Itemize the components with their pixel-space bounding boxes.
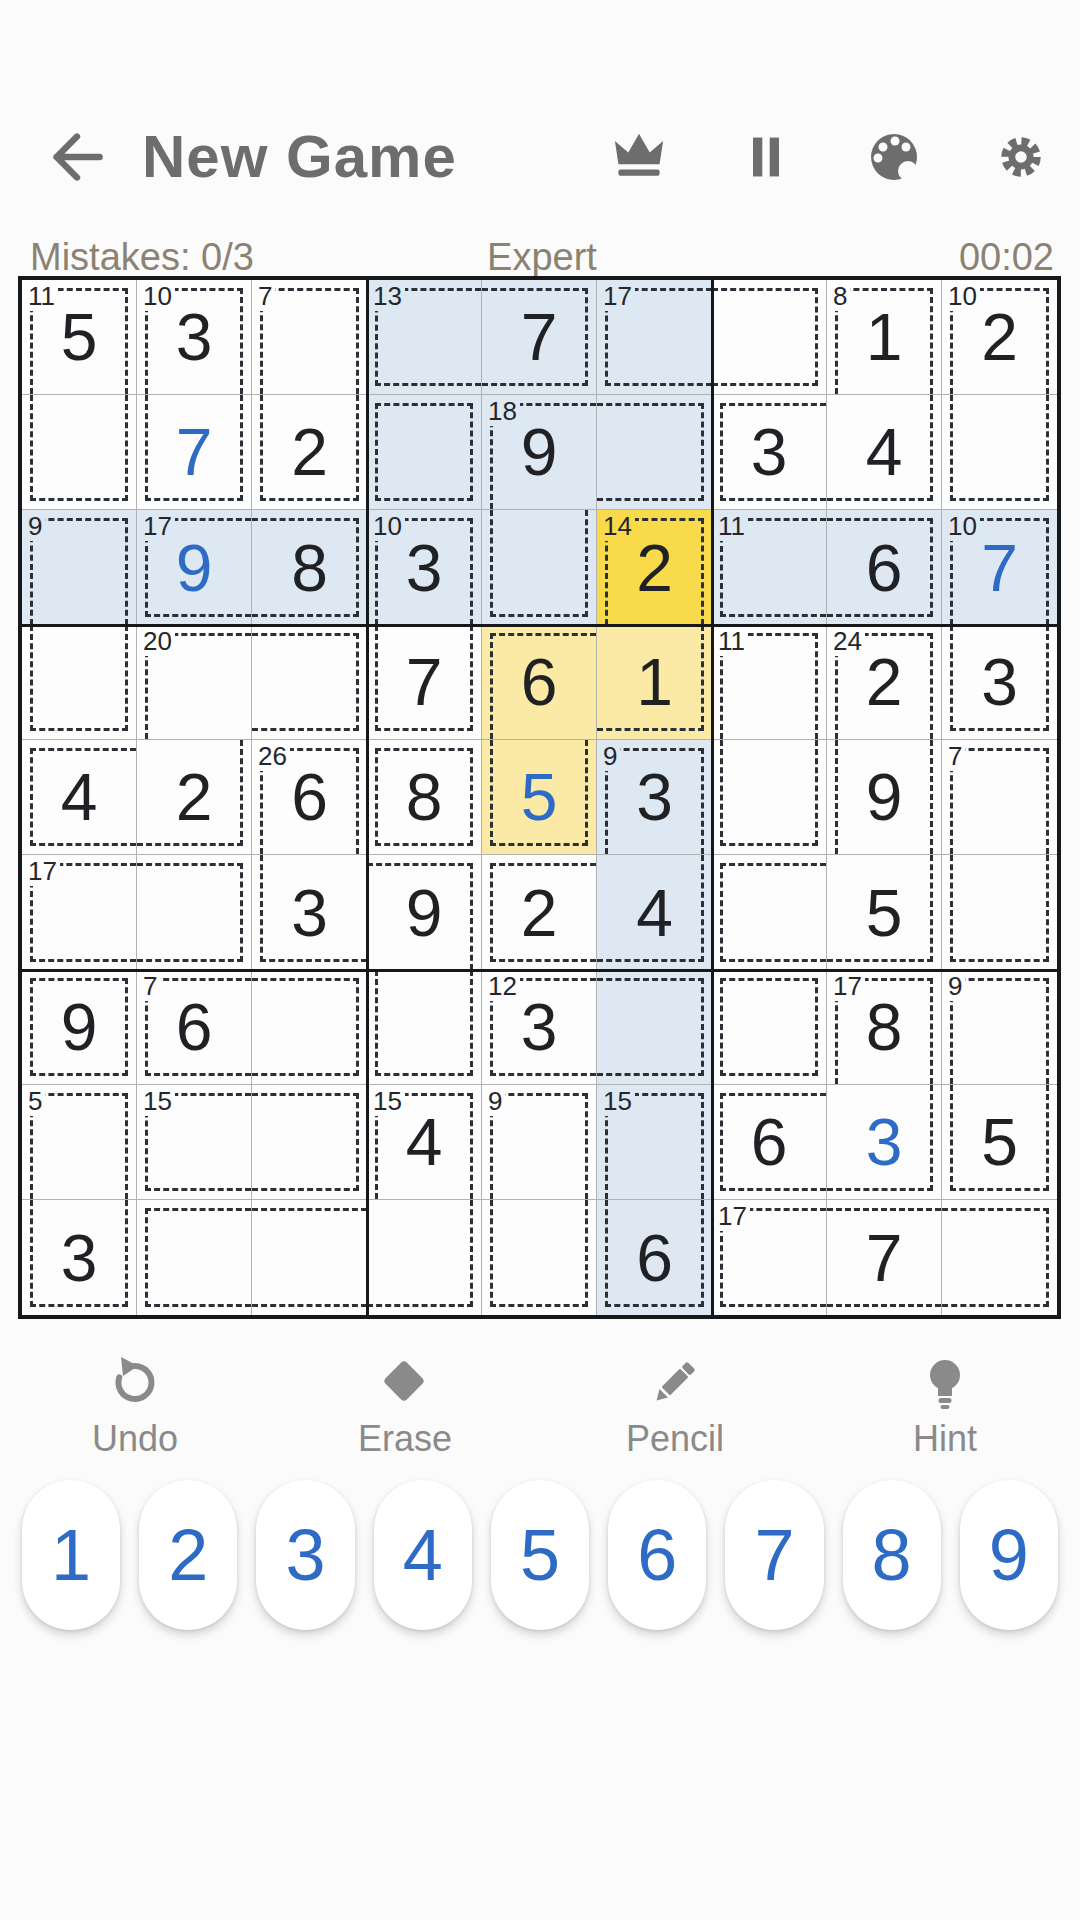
cage-border [252, 1093, 359, 1191]
cell-value: 4 [406, 1104, 443, 1180]
back-arrow-icon[interactable] [48, 128, 106, 186]
cell-r2c4[interactable] [367, 395, 482, 510]
cell-r7c7[interactable] [712, 970, 827, 1085]
cell-r5c9[interactable]: 7 [942, 740, 1057, 855]
cell-r4c6[interactable]: 1 [597, 625, 712, 740]
cell-r3c3[interactable]: 8 [252, 510, 367, 625]
cage-sum-label: 11 [25, 281, 58, 311]
cell-value: 7 [176, 414, 213, 490]
cell-value: 3 [406, 530, 443, 606]
cage-sum-label: 9 [485, 1086, 505, 1116]
cell-r2c8[interactable]: 4 [827, 395, 942, 510]
cage-sum-label: 5 [25, 1086, 45, 1116]
cell-r9c8[interactable]: 7 [827, 1200, 942, 1315]
cage-sum-label: 11 [715, 626, 748, 656]
cell-r9c6[interactable]: 6 [597, 1200, 712, 1315]
cell-r2c3[interactable]: 2 [252, 395, 367, 510]
cell-r7c8[interactable]: 178 [827, 970, 942, 1085]
board-grid: 1151037137178110272189349179810314211610… [18, 276, 1061, 1319]
numpad-7[interactable]: 7 [725, 1480, 823, 1630]
cell-value: 9 [521, 414, 558, 490]
cell-r8c4[interactable]: 154 [367, 1085, 482, 1200]
cell-r4c1[interactable] [22, 625, 137, 740]
cell-value: 4 [61, 759, 98, 835]
cell-value: 2 [866, 644, 903, 720]
numpad: 1 2 3 4 5 6 7 8 9 [22, 1480, 1058, 1630]
cell-value: 4 [866, 414, 903, 490]
cell-value: 7 [521, 299, 558, 375]
cell-r4c4[interactable]: 7 [367, 625, 482, 740]
toolbar: Undo Erase Pencil [0, 1348, 1080, 1460]
cage-sum-label: 15 [140, 1086, 175, 1116]
numpad-3[interactable]: 3 [256, 1480, 354, 1630]
cage-sum-label: 9 [25, 511, 45, 541]
cell-r9c7[interactable]: 17 [712, 1200, 827, 1315]
cell-r5c6[interactable]: 93 [597, 740, 712, 855]
cell-r5c3[interactable]: 266 [252, 740, 367, 855]
cell-r6c2[interactable] [137, 855, 252, 970]
cell-r6c7[interactable] [712, 855, 827, 970]
cage-border [720, 978, 818, 1076]
cell-r6c3[interactable]: 3 [252, 855, 367, 970]
undo-label: Undo [92, 1418, 178, 1460]
cell-r2c2[interactable]: 7 [137, 395, 252, 510]
cage-border [597, 978, 704, 1076]
cell-value: 3 [751, 414, 788, 490]
numpad-8[interactable]: 8 [843, 1480, 941, 1630]
cage-sum-label: 15 [370, 1086, 405, 1116]
pause-icon[interactable] [737, 128, 795, 186]
cell-r6c8[interactable]: 5 [827, 855, 942, 970]
block-divider [22, 624, 1057, 627]
cell-r5c7[interactable] [712, 740, 827, 855]
cage-sum-label: 10 [370, 511, 405, 541]
cell-value: 7 [406, 644, 443, 720]
cage-border [145, 1208, 251, 1307]
cell-value: 3 [636, 759, 673, 835]
numpad-9[interactable]: 9 [960, 1480, 1058, 1630]
cell-value: 8 [291, 530, 328, 606]
cell-r3c7[interactable]: 11 [712, 510, 827, 625]
cage-sum-label: 20 [140, 626, 175, 656]
cell-r6c6[interactable]: 4 [597, 855, 712, 970]
cell-value: 3 [521, 989, 558, 1065]
cage-sum-label: 17 [715, 1201, 750, 1231]
cell-r1c3[interactable]: 7 [252, 280, 367, 395]
hint-label: Hint [913, 1418, 977, 1460]
cell-r5c1[interactable]: 4 [22, 740, 137, 855]
cage-sum-label: 17 [830, 971, 865, 1001]
hint-icon [917, 1348, 973, 1410]
cage-sum-label: 15 [600, 1086, 635, 1116]
hint-button[interactable]: Hint [845, 1348, 1045, 1460]
cage-sum-label: 26 [255, 741, 290, 771]
cage-border [942, 1208, 1049, 1307]
cell-value: 9 [866, 759, 903, 835]
cell-value: 6 [176, 989, 213, 1065]
cell-value: 3 [866, 1104, 903, 1180]
cell-r1c4[interactable]: 13 [367, 280, 482, 395]
cell-r7c4[interactable] [367, 970, 482, 1085]
cell-r3c9[interactable]: 107 [942, 510, 1057, 625]
cell-r2c6[interactable] [597, 395, 712, 510]
cell-r9c1[interactable]: 3 [22, 1200, 137, 1315]
cage-sum-label: 17 [600, 281, 635, 311]
cell-r6c5[interactable]: 2 [482, 855, 597, 970]
cell-r3c4[interactable]: 103 [367, 510, 482, 625]
cell-r9c9[interactable] [942, 1200, 1057, 1315]
cell-r9c2[interactable] [137, 1200, 252, 1315]
cage-sum-label: 17 [25, 856, 60, 886]
cell-r8c6[interactable]: 15 [597, 1085, 712, 1200]
cell-r9c4[interactable] [367, 1200, 482, 1315]
cage-border [30, 625, 128, 731]
cell-r7c9[interactable]: 9 [942, 970, 1057, 1085]
cell-value: 1 [866, 299, 903, 375]
numpad-2[interactable]: 2 [139, 1480, 237, 1630]
block-divider [22, 969, 1057, 972]
cell-value: 3 [61, 1220, 98, 1296]
cage-sum-label: 10 [945, 511, 980, 541]
cell-r9c5[interactable] [482, 1200, 597, 1315]
erase-button[interactable]: Erase [305, 1348, 505, 1460]
cell-r5c5[interactable]: 5 [482, 740, 597, 855]
cell-value: 2 [176, 759, 213, 835]
cell-r4c2[interactable]: 20 [137, 625, 252, 740]
cell-r6c4[interactable]: 9 [367, 855, 482, 970]
cage-sum-label: 11 [715, 511, 748, 541]
cell-r8c9[interactable]: 5 [942, 1085, 1057, 1200]
difficulty-label: Expert [30, 236, 1054, 279]
cell-r3c5[interactable] [482, 510, 597, 625]
cell-r1c8[interactable]: 81 [827, 280, 942, 395]
cage-sum-label: 7 [255, 281, 275, 311]
cage-border [597, 403, 704, 501]
undo-icon [107, 1348, 163, 1410]
cell-r3c2[interactable]: 179 [137, 510, 252, 625]
block-divider [366, 280, 369, 1315]
cage-border [712, 288, 818, 386]
cell-r7c3[interactable] [252, 970, 367, 1085]
eraser-icon [377, 1348, 433, 1410]
settings-icon[interactable] [992, 128, 1050, 186]
cell-r5c2[interactable]: 2 [137, 740, 252, 855]
status-bar: Mistakes: 0/3 Expert 00:02 [30, 236, 1054, 279]
cell-value: 5 [981, 1104, 1018, 1180]
cage-border [367, 1200, 473, 1307]
undo-button[interactable]: Undo [35, 1348, 235, 1460]
cell-r7c2[interactable]: 76 [137, 970, 252, 1085]
block-divider [711, 280, 714, 1315]
cell-r1c7[interactable] [712, 280, 827, 395]
cell-value: 2 [291, 414, 328, 490]
numpad-4[interactable]: 4 [374, 1480, 472, 1630]
cell-value: 6 [636, 1220, 673, 1296]
cell-value: 1 [636, 644, 673, 720]
numpad-5[interactable]: 5 [491, 1480, 589, 1630]
cell-value: 6 [751, 1104, 788, 1180]
cell-r8c3[interactable] [252, 1085, 367, 1200]
cage-border [490, 1200, 588, 1307]
cage-border [30, 395, 128, 501]
cell-r3c8[interactable]: 6 [827, 510, 942, 625]
cage-sum-label: 8 [830, 281, 850, 311]
cage-sum-label: 13 [370, 281, 405, 311]
pencil-icon [647, 1348, 703, 1410]
cell-r4c8[interactable]: 242 [827, 625, 942, 740]
cell-r1c2[interactable]: 103 [137, 280, 252, 395]
cell-value: 5 [866, 875, 903, 951]
cell-r2c9[interactable] [942, 395, 1057, 510]
cell-value: 3 [981, 644, 1018, 720]
cell-value: 5 [521, 759, 558, 835]
cage-sum-label: 9 [600, 741, 620, 771]
cell-value: 3 [291, 875, 328, 951]
cell-r4c9[interactable]: 3 [942, 625, 1057, 740]
cell-r4c3[interactable] [252, 625, 367, 740]
cell-r8c7[interactable]: 6 [712, 1085, 827, 1200]
cell-value: 2 [981, 299, 1018, 375]
cage-sum-label: 17 [140, 511, 175, 541]
crown-icon[interactable] [610, 128, 668, 186]
cell-r1c9[interactable]: 102 [942, 280, 1057, 395]
pencil-button[interactable]: Pencil [575, 1348, 775, 1460]
numpad-1[interactable]: 1 [22, 1480, 120, 1630]
cell-value: 6 [521, 644, 558, 720]
cage-sum-label: 14 [600, 511, 635, 541]
cell-r7c1[interactable]: 9 [22, 970, 137, 1085]
cell-value: 4 [636, 875, 673, 951]
cell-value: 2 [636, 530, 673, 606]
cell-r6c9[interactable] [942, 855, 1057, 970]
cell-r9c3[interactable] [252, 1200, 367, 1315]
cell-value: 9 [176, 530, 213, 606]
cage-border [720, 863, 826, 962]
cell-r8c2[interactable]: 15 [137, 1085, 252, 1200]
cell-r2c1[interactable] [22, 395, 137, 510]
cage-border [137, 863, 243, 962]
cell-value: 6 [291, 759, 328, 835]
cage-sum-label: 7 [945, 741, 965, 771]
app-header: New Game [0, 100, 1080, 215]
cell-value: 7 [866, 1220, 903, 1296]
cell-value: 2 [521, 875, 558, 951]
cage-sum-label: 12 [485, 971, 520, 1001]
cell-r4c5[interactable]: 6 [482, 625, 597, 740]
cell-r7c6[interactable] [597, 970, 712, 1085]
cell-r4c7[interactable]: 11 [712, 625, 827, 740]
cell-r5c8[interactable]: 9 [827, 740, 942, 855]
cell-r1c6[interactable]: 17 [597, 280, 712, 395]
cell-value: 8 [866, 989, 903, 1065]
cage-border [950, 855, 1049, 962]
numpad-6[interactable]: 6 [608, 1480, 706, 1630]
cage-border [375, 403, 473, 501]
cell-r7c5[interactable]: 123 [482, 970, 597, 1085]
cage-border [252, 633, 359, 731]
cage-sum-label: 7 [140, 971, 160, 1001]
cell-value: 9 [61, 989, 98, 1065]
pencil-label: Pencil [626, 1418, 724, 1460]
erase-label: Erase [358, 1418, 452, 1460]
cage-sum-label: 24 [830, 626, 865, 656]
cage-border [950, 395, 1049, 501]
page-title: New Game [142, 122, 457, 191]
cage-border [490, 510, 588, 617]
cage-sum-label: 18 [485, 396, 520, 426]
cell-value: 8 [406, 759, 443, 835]
cell-value: 7 [981, 530, 1018, 606]
cell-r8c5[interactable]: 9 [482, 1085, 597, 1200]
cell-value: 9 [406, 875, 443, 951]
cage-border [252, 978, 359, 1076]
cell-r5c4[interactable]: 8 [367, 740, 482, 855]
cage-border [252, 1208, 367, 1307]
cell-r2c5[interactable]: 189 [482, 395, 597, 510]
cell-r8c1[interactable]: 5 [22, 1085, 137, 1200]
palette-icon[interactable] [865, 128, 923, 186]
cell-value: 3 [176, 299, 213, 375]
cage-sum-label: 9 [945, 971, 965, 1001]
cell-r8c8[interactable]: 3 [827, 1085, 942, 1200]
cage-border [720, 740, 818, 846]
cage-border [375, 970, 473, 1076]
cell-value: 5 [61, 299, 98, 375]
cage-sum-label: 10 [945, 281, 980, 311]
cell-r3c1[interactable]: 9 [22, 510, 137, 625]
cell-r3c6[interactable]: 142 [597, 510, 712, 625]
cell-r6c1[interactable]: 17 [22, 855, 137, 970]
cell-r2c7[interactable]: 3 [712, 395, 827, 510]
cell-r1c5[interactable]: 7 [482, 280, 597, 395]
cell-value: 6 [866, 530, 903, 606]
cell-r1c1[interactable]: 115 [22, 280, 137, 395]
cage-sum-label: 10 [140, 281, 175, 311]
